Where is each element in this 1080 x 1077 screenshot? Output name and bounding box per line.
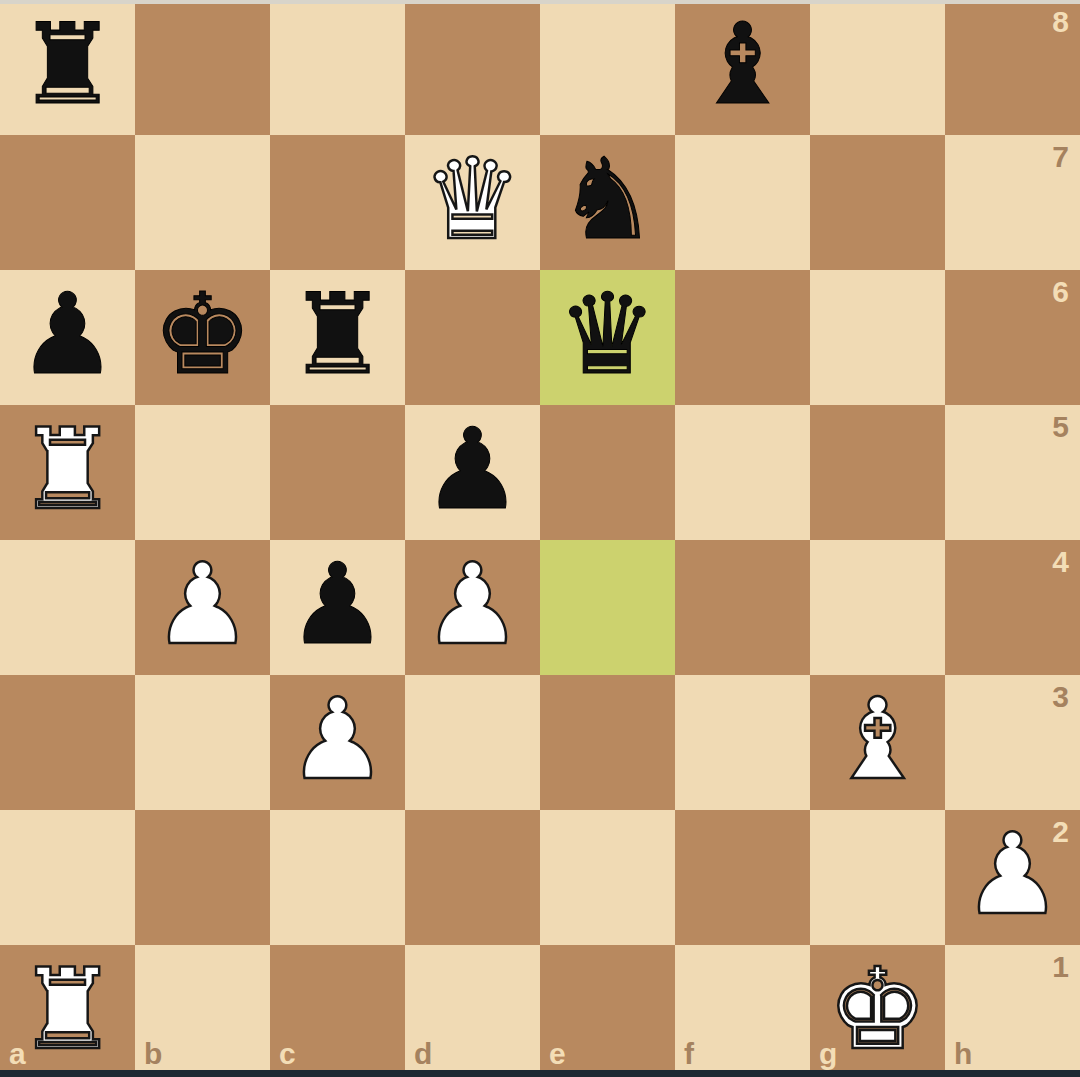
square-g7[interactable] — [810, 135, 945, 270]
square-d4[interactable]: ♟ — [405, 540, 540, 675]
square-e4[interactable] — [540, 540, 675, 675]
file-label-h: h — [954, 1039, 972, 1069]
square-g2[interactable] — [810, 810, 945, 945]
file-label-c: c — [279, 1039, 296, 1069]
square-c1[interactable]: c — [270, 945, 405, 1077]
square-c8[interactable] — [270, 0, 405, 135]
black-queen-piece[interactable]: ♛ — [557, 278, 657, 390]
square-d6[interactable] — [405, 270, 540, 405]
rank-label-2: 2 — [1052, 817, 1069, 847]
square-g5[interactable] — [810, 405, 945, 540]
black-king-piece[interactable]: ♚ — [152, 278, 252, 390]
square-a8[interactable]: ♜ — [0, 0, 135, 135]
square-h4[interactable]: 4 — [945, 540, 1080, 675]
square-d7[interactable]: ♛ — [405, 135, 540, 270]
white-pawn-piece[interactable]: ♟ — [422, 548, 522, 660]
square-h7[interactable]: 7 — [945, 135, 1080, 270]
square-b1[interactable]: b — [135, 945, 270, 1077]
black-pawn-piece[interactable]: ♟ — [287, 548, 387, 660]
square-h1[interactable]: 1h — [945, 945, 1080, 1077]
black-pawn-piece[interactable]: ♟ — [17, 278, 117, 390]
square-b8[interactable] — [135, 0, 270, 135]
black-rook-piece[interactable]: ♜ — [287, 278, 387, 390]
square-a6[interactable]: ♟ — [0, 270, 135, 405]
square-e7[interactable]: ♞ — [540, 135, 675, 270]
square-b2[interactable] — [135, 810, 270, 945]
white-rook-piece[interactable]: ♜ — [17, 413, 117, 525]
file-label-a: a — [9, 1039, 26, 1069]
square-f4[interactable] — [675, 540, 810, 675]
square-c5[interactable] — [270, 405, 405, 540]
square-d5[interactable]: ♟ — [405, 405, 540, 540]
white-king-piece[interactable]: ♚ — [827, 953, 927, 1065]
square-f3[interactable] — [675, 675, 810, 810]
rank-label-5: 5 — [1052, 412, 1069, 442]
file-label-b: b — [144, 1039, 162, 1069]
square-a5[interactable]: ♜ — [0, 405, 135, 540]
square-e8[interactable] — [540, 0, 675, 135]
square-b4[interactable]: ♟ — [135, 540, 270, 675]
square-f6[interactable] — [675, 270, 810, 405]
square-b3[interactable] — [135, 675, 270, 810]
white-pawn-piece[interactable]: ♟ — [962, 818, 1062, 930]
square-g8[interactable] — [810, 0, 945, 135]
square-f8[interactable]: ♝ — [675, 0, 810, 135]
square-f2[interactable] — [675, 810, 810, 945]
rank-label-4: 4 — [1052, 547, 1069, 577]
square-f1[interactable]: f — [675, 945, 810, 1077]
black-rook-piece[interactable]: ♜ — [17, 8, 117, 120]
square-e3[interactable] — [540, 675, 675, 810]
rank-label-8: 8 — [1052, 7, 1069, 37]
rank-label-7: 7 — [1052, 142, 1069, 172]
square-a4[interactable] — [0, 540, 135, 675]
file-label-g: g — [819, 1039, 837, 1069]
black-bishop-piece[interactable]: ♝ — [692, 8, 792, 120]
white-pawn-piece[interactable]: ♟ — [287, 683, 387, 795]
square-a3[interactable] — [0, 675, 135, 810]
square-h8[interactable]: 8 — [945, 0, 1080, 135]
square-c4[interactable]: ♟ — [270, 540, 405, 675]
square-g4[interactable] — [810, 540, 945, 675]
chess-board: ♜♝8♛♞7♟♚♜♛6♜♟5♟♟♟4♟♝3♟2♜abcdef♚g1h — [0, 0, 1080, 1077]
square-e1[interactable]: e — [540, 945, 675, 1077]
square-a1[interactable]: ♜a — [0, 945, 135, 1077]
square-b6[interactable]: ♚ — [135, 270, 270, 405]
chess-app-viewport: ♜♝8♛♞7♟♚♜♛6♜♟5♟♟♟4♟♝3♟2♜abcdef♚g1h — [0, 0, 1080, 1077]
square-c7[interactable] — [270, 135, 405, 270]
square-d2[interactable] — [405, 810, 540, 945]
square-d1[interactable]: d — [405, 945, 540, 1077]
square-a2[interactable] — [0, 810, 135, 945]
top-edge-strip — [0, 0, 1080, 4]
white-bishop-piece[interactable]: ♝ — [827, 683, 927, 795]
black-knight-piece[interactable]: ♞ — [557, 143, 657, 255]
rank-label-3: 3 — [1052, 682, 1069, 712]
file-label-f: f — [684, 1039, 694, 1069]
white-rook-piece[interactable]: ♜ — [17, 953, 117, 1065]
square-g3[interactable]: ♝ — [810, 675, 945, 810]
square-e6[interactable]: ♛ — [540, 270, 675, 405]
file-label-d: d — [414, 1039, 432, 1069]
file-label-e: e — [549, 1039, 566, 1069]
square-e5[interactable] — [540, 405, 675, 540]
square-h2[interactable]: ♟2 — [945, 810, 1080, 945]
rank-label-6: 6 — [1052, 277, 1069, 307]
square-g1[interactable]: ♚g — [810, 945, 945, 1077]
square-f7[interactable] — [675, 135, 810, 270]
square-g6[interactable] — [810, 270, 945, 405]
square-d3[interactable] — [405, 675, 540, 810]
white-queen-piece[interactable]: ♛ — [422, 143, 522, 255]
square-c3[interactable]: ♟ — [270, 675, 405, 810]
square-f5[interactable] — [675, 405, 810, 540]
square-b7[interactable] — [135, 135, 270, 270]
square-h6[interactable]: 6 — [945, 270, 1080, 405]
square-h3[interactable]: 3 — [945, 675, 1080, 810]
white-pawn-piece[interactable]: ♟ — [152, 548, 252, 660]
black-pawn-piece[interactable]: ♟ — [422, 413, 522, 525]
square-e2[interactable] — [540, 810, 675, 945]
bottom-edge-strip — [0, 1070, 1080, 1077]
square-d8[interactable] — [405, 0, 540, 135]
square-b5[interactable] — [135, 405, 270, 540]
square-c6[interactable]: ♜ — [270, 270, 405, 405]
square-h5[interactable]: 5 — [945, 405, 1080, 540]
square-c2[interactable] — [270, 810, 405, 945]
square-a7[interactable] — [0, 135, 135, 270]
rank-label-1: 1 — [1052, 952, 1069, 982]
